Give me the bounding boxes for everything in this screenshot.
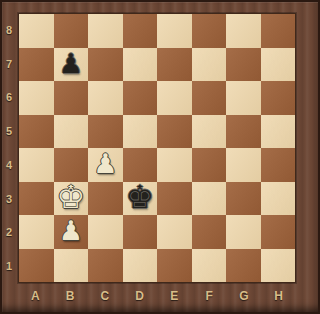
black-king[interactable]: ♚ — [125, 181, 154, 213]
square-g1[interactable] — [226, 249, 261, 283]
rank-label-2: 2 — [0, 216, 18, 250]
square-f8[interactable] — [192, 14, 227, 48]
file-label-g: G — [227, 284, 262, 308]
square-d5[interactable] — [123, 115, 158, 149]
square-g4[interactable] — [226, 148, 261, 182]
square-c5[interactable] — [88, 115, 123, 149]
square-e7[interactable] — [157, 48, 192, 82]
square-d6[interactable] — [123, 81, 158, 115]
square-a5[interactable] — [19, 115, 54, 149]
square-b3[interactable]: ♚ — [54, 182, 89, 216]
rank-label-1: 1 — [0, 249, 18, 283]
square-f5[interactable] — [192, 115, 227, 149]
square-f1[interactable] — [192, 249, 227, 283]
square-d3[interactable]: ♚ — [123, 182, 158, 216]
square-d7[interactable] — [123, 48, 158, 82]
square-c1[interactable] — [88, 249, 123, 283]
square-h4[interactable] — [261, 148, 296, 182]
square-e4[interactable] — [157, 148, 192, 182]
square-a8[interactable] — [19, 14, 54, 48]
rank-label-7: 7 — [0, 47, 18, 81]
square-e5[interactable] — [157, 115, 192, 149]
square-f7[interactable] — [192, 48, 227, 82]
rank-label-6: 6 — [0, 81, 18, 115]
square-a2[interactable] — [19, 215, 54, 249]
square-e2[interactable] — [157, 215, 192, 249]
square-h3[interactable] — [261, 182, 296, 216]
square-c2[interactable] — [88, 215, 123, 249]
file-label-f: F — [192, 284, 227, 308]
square-c7[interactable] — [88, 48, 123, 82]
square-c6[interactable] — [88, 81, 123, 115]
square-b6[interactable] — [54, 81, 89, 115]
square-h5[interactable] — [261, 115, 296, 149]
square-e1[interactable] — [157, 249, 192, 283]
square-f3[interactable] — [192, 182, 227, 216]
square-c4[interactable]: ♟ — [88, 148, 123, 182]
square-b7[interactable]: ♟ — [54, 48, 89, 82]
square-d4[interactable] — [123, 148, 158, 182]
square-c8[interactable] — [88, 14, 123, 48]
square-b4[interactable] — [54, 148, 89, 182]
file-label-e: E — [157, 284, 192, 308]
file-label-d: D — [122, 284, 157, 308]
white-king[interactable]: ♚ — [56, 181, 85, 213]
square-h2[interactable] — [261, 215, 296, 249]
square-g6[interactable] — [226, 81, 261, 115]
square-f2[interactable] — [192, 215, 227, 249]
square-f6[interactable] — [192, 81, 227, 115]
file-label-a: A — [18, 284, 53, 308]
black-pawn[interactable]: ♟ — [59, 50, 83, 77]
square-d2[interactable] — [123, 215, 158, 249]
square-a7[interactable] — [19, 48, 54, 82]
file-label-h: H — [261, 284, 296, 308]
square-g5[interactable] — [226, 115, 261, 149]
square-h1[interactable] — [261, 249, 296, 283]
file-label-b: B — [53, 284, 88, 308]
rank-label-4: 4 — [0, 148, 18, 182]
square-h8[interactable] — [261, 14, 296, 48]
square-e8[interactable] — [157, 14, 192, 48]
square-g7[interactable] — [226, 48, 261, 82]
square-c3[interactable] — [88, 182, 123, 216]
square-b5[interactable] — [54, 115, 89, 149]
square-e6[interactable] — [157, 81, 192, 115]
square-b2[interactable]: ♟ — [54, 215, 89, 249]
chess-diagram: 87654321 ♟♟♚♚♟ ABCDEFGH — [0, 0, 320, 314]
square-a4[interactable] — [19, 148, 54, 182]
white-pawn[interactable]: ♟ — [93, 150, 117, 177]
chess-board: ♟♟♚♚♟ — [18, 13, 296, 283]
rank-label-3: 3 — [0, 182, 18, 216]
square-d1[interactable] — [123, 249, 158, 283]
square-a1[interactable] — [19, 249, 54, 283]
square-g2[interactable] — [226, 215, 261, 249]
square-b8[interactable] — [54, 14, 89, 48]
square-d8[interactable] — [123, 14, 158, 48]
file-labels: ABCDEFGH — [18, 284, 296, 308]
file-label-c: C — [88, 284, 123, 308]
rank-label-8: 8 — [0, 13, 18, 47]
square-g3[interactable] — [226, 182, 261, 216]
square-f4[interactable] — [192, 148, 227, 182]
square-b1[interactable] — [54, 249, 89, 283]
square-e3[interactable] — [157, 182, 192, 216]
rank-labels: 87654321 — [0, 13, 18, 283]
white-pawn[interactable]: ♟ — [59, 217, 83, 244]
square-h7[interactable] — [261, 48, 296, 82]
square-h6[interactable] — [261, 81, 296, 115]
square-g8[interactable] — [226, 14, 261, 48]
square-a6[interactable] — [19, 81, 54, 115]
square-a3[interactable] — [19, 182, 54, 216]
rank-label-5: 5 — [0, 114, 18, 148]
